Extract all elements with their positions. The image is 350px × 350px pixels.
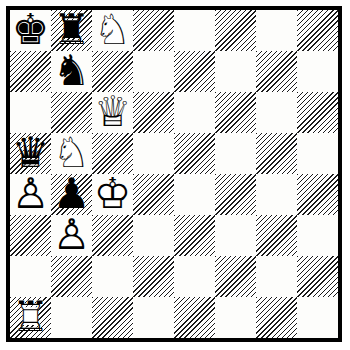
square-e3[interactable] bbox=[174, 215, 215, 256]
piece-white-pawn[interactable]: ♙ bbox=[10, 173, 51, 214]
square-b4[interactable]: ♟♟ bbox=[51, 174, 92, 215]
square-a7[interactable] bbox=[10, 51, 51, 92]
piece-black-queen[interactable]: ♛ bbox=[10, 132, 51, 173]
square-c3[interactable] bbox=[92, 215, 133, 256]
square-c2[interactable] bbox=[92, 256, 133, 297]
white-queen-underlay: ♛ bbox=[92, 91, 133, 132]
square-h7[interactable] bbox=[297, 51, 338, 92]
square-g7[interactable] bbox=[256, 51, 297, 92]
piece-black-pawn[interactable]: ♟ bbox=[51, 173, 92, 214]
square-f3[interactable] bbox=[215, 215, 256, 256]
square-e5[interactable] bbox=[174, 133, 215, 174]
black-rook-underlay: ♜ bbox=[51, 9, 92, 50]
square-a1[interactable]: ♜♖ bbox=[10, 297, 51, 338]
square-d8[interactable] bbox=[133, 10, 174, 51]
square-d4[interactable] bbox=[133, 174, 174, 215]
square-c6[interactable]: ♛♕ bbox=[92, 92, 133, 133]
square-g3[interactable] bbox=[256, 215, 297, 256]
chessboard: ♚♚♜♜♞♘♞♞♛♕♛♛♞♘♟♙♟♟♚♔♟♙♜♖ bbox=[10, 10, 338, 338]
square-a8[interactable]: ♚♚ bbox=[10, 10, 51, 51]
square-b6[interactable] bbox=[51, 92, 92, 133]
square-g6[interactable] bbox=[256, 92, 297, 133]
black-queen-underlay: ♛ bbox=[10, 132, 51, 173]
piece-white-knight[interactable]: ♘ bbox=[92, 9, 133, 50]
square-d6[interactable] bbox=[133, 92, 174, 133]
black-king-underlay: ♚ bbox=[10, 9, 51, 50]
square-g2[interactable] bbox=[256, 256, 297, 297]
piece-black-knight[interactable]: ♞ bbox=[51, 50, 92, 91]
square-h2[interactable] bbox=[297, 256, 338, 297]
square-d3[interactable] bbox=[133, 215, 174, 256]
square-e4[interactable] bbox=[174, 174, 215, 215]
square-d7[interactable] bbox=[133, 51, 174, 92]
square-c4[interactable]: ♚♔ bbox=[92, 174, 133, 215]
square-a5[interactable]: ♛♛ bbox=[10, 133, 51, 174]
piece-black-rook[interactable]: ♜ bbox=[51, 9, 92, 50]
square-d1[interactable] bbox=[133, 297, 174, 338]
square-c7[interactable] bbox=[92, 51, 133, 92]
white-rook-underlay: ♜ bbox=[10, 296, 51, 337]
square-f5[interactable] bbox=[215, 133, 256, 174]
square-h6[interactable] bbox=[297, 92, 338, 133]
square-e6[interactable] bbox=[174, 92, 215, 133]
square-a2[interactable] bbox=[10, 256, 51, 297]
square-c1[interactable] bbox=[92, 297, 133, 338]
square-f2[interactable] bbox=[215, 256, 256, 297]
piece-white-pawn[interactable]: ♙ bbox=[51, 214, 92, 255]
square-c8[interactable]: ♞♘ bbox=[92, 10, 133, 51]
square-h5[interactable] bbox=[297, 133, 338, 174]
square-b7[interactable]: ♞♞ bbox=[51, 51, 92, 92]
square-e2[interactable] bbox=[174, 256, 215, 297]
white-pawn-underlay: ♟ bbox=[51, 214, 92, 255]
piece-white-knight[interactable]: ♘ bbox=[51, 132, 92, 173]
square-a4[interactable]: ♟♙ bbox=[10, 174, 51, 215]
piece-white-king[interactable]: ♔ bbox=[92, 173, 133, 214]
chess-diagram-page: ♚♚♜♜♞♘♞♞♛♕♛♛♞♘♟♙♟♟♚♔♟♙♜♖ bbox=[0, 0, 350, 350]
square-f4[interactable] bbox=[215, 174, 256, 215]
black-pawn-underlay: ♟ bbox=[51, 173, 92, 214]
piece-white-rook[interactable]: ♖ bbox=[10, 296, 51, 337]
square-f7[interactable] bbox=[215, 51, 256, 92]
square-a6[interactable] bbox=[10, 92, 51, 133]
square-f6[interactable] bbox=[215, 92, 256, 133]
square-c5[interactable] bbox=[92, 133, 133, 174]
square-e8[interactable] bbox=[174, 10, 215, 51]
square-b8[interactable]: ♜♜ bbox=[51, 10, 92, 51]
square-e7[interactable] bbox=[174, 51, 215, 92]
white-knight-underlay: ♞ bbox=[92, 9, 133, 50]
square-g5[interactable] bbox=[256, 133, 297, 174]
square-b1[interactable] bbox=[51, 297, 92, 338]
square-b5[interactable]: ♞♘ bbox=[51, 133, 92, 174]
square-g8[interactable] bbox=[256, 10, 297, 51]
board-frame: ♚♚♜♜♞♘♞♞♛♕♛♛♞♘♟♙♟♟♚♔♟♙♜♖ bbox=[6, 6, 342, 342]
square-d5[interactable] bbox=[133, 133, 174, 174]
white-knight-underlay: ♞ bbox=[51, 132, 92, 173]
white-king-underlay: ♚ bbox=[92, 173, 133, 214]
white-pawn-underlay: ♟ bbox=[10, 173, 51, 214]
square-g1[interactable] bbox=[256, 297, 297, 338]
square-h8[interactable] bbox=[297, 10, 338, 51]
black-knight-underlay: ♞ bbox=[51, 50, 92, 91]
square-b3[interactable]: ♟♙ bbox=[51, 215, 92, 256]
square-g4[interactable] bbox=[256, 174, 297, 215]
square-e1[interactable] bbox=[174, 297, 215, 338]
square-a3[interactable] bbox=[10, 215, 51, 256]
square-d2[interactable] bbox=[133, 256, 174, 297]
square-h1[interactable] bbox=[297, 297, 338, 338]
piece-black-king[interactable]: ♚ bbox=[10, 9, 51, 50]
square-f1[interactable] bbox=[215, 297, 256, 338]
square-h4[interactable] bbox=[297, 174, 338, 215]
square-b2[interactable] bbox=[51, 256, 92, 297]
piece-white-queen[interactable]: ♕ bbox=[92, 91, 133, 132]
square-f8[interactable] bbox=[215, 10, 256, 51]
square-h3[interactable] bbox=[297, 215, 338, 256]
